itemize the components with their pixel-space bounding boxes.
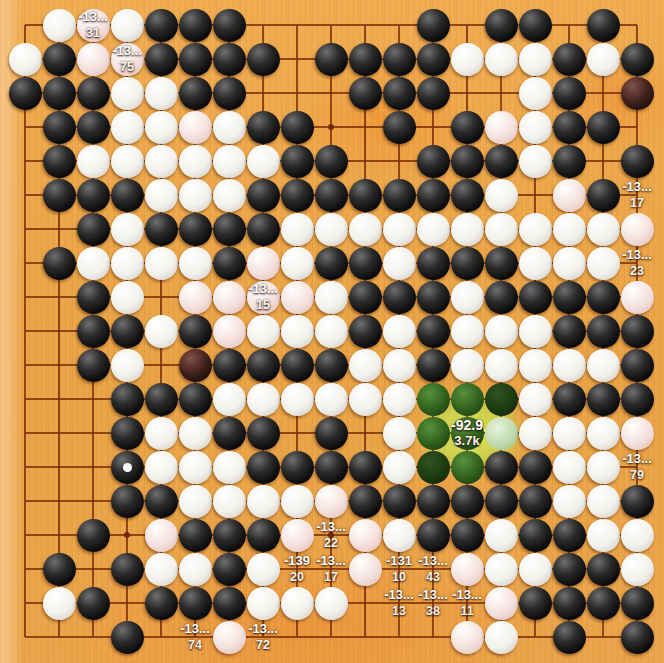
intersection[interactable]	[416, 382, 450, 416]
intersection[interactable]	[416, 518, 450, 552]
intersection[interactable]	[144, 8, 178, 42]
intersection[interactable]: -13...11	[450, 586, 484, 620]
intersection[interactable]	[484, 450, 518, 484]
intersection[interactable]	[212, 280, 246, 314]
intersection[interactable]	[314, 42, 348, 76]
intersection[interactable]	[246, 314, 280, 348]
intersection[interactable]	[110, 484, 144, 518]
intersection[interactable]	[416, 76, 450, 110]
intersection[interactable]	[178, 280, 212, 314]
intersection[interactable]	[314, 416, 348, 450]
intersection[interactable]	[178, 382, 212, 416]
intersection[interactable]	[314, 76, 348, 110]
intersection[interactable]	[348, 144, 382, 178]
intersection[interactable]	[348, 42, 382, 76]
intersection[interactable]	[280, 382, 314, 416]
intersection[interactable]	[450, 280, 484, 314]
intersection[interactable]	[42, 110, 76, 144]
intersection[interactable]	[586, 110, 620, 144]
intersection[interactable]	[212, 76, 246, 110]
intersection[interactable]	[382, 314, 416, 348]
intersection[interactable]	[518, 518, 552, 552]
intersection[interactable]	[382, 450, 416, 484]
intersection[interactable]	[586, 620, 620, 654]
intersection[interactable]	[552, 246, 586, 280]
intersection[interactable]	[246, 348, 280, 382]
intersection[interactable]	[42, 76, 76, 110]
intersection[interactable]	[212, 110, 246, 144]
intersection[interactable]	[246, 144, 280, 178]
intersection[interactable]	[518, 450, 552, 484]
intersection[interactable]: -13920	[280, 552, 314, 586]
intersection[interactable]	[280, 450, 314, 484]
intersection[interactable]	[144, 552, 178, 586]
intersection[interactable]	[382, 42, 416, 76]
intersection[interactable]	[8, 416, 42, 450]
intersection[interactable]	[212, 314, 246, 348]
intersection[interactable]	[178, 8, 212, 42]
intersection[interactable]	[246, 450, 280, 484]
intersection[interactable]	[620, 280, 654, 314]
intersection[interactable]	[484, 586, 518, 620]
intersection[interactable]	[382, 76, 416, 110]
intersection[interactable]	[382, 8, 416, 42]
intersection[interactable]	[178, 348, 212, 382]
intersection[interactable]	[144, 348, 178, 382]
intersection[interactable]	[382, 382, 416, 416]
intersection[interactable]	[280, 8, 314, 42]
intersection[interactable]	[42, 382, 76, 416]
intersection[interactable]	[348, 246, 382, 280]
intersection[interactable]	[76, 246, 110, 280]
intersection[interactable]	[42, 518, 76, 552]
intersection[interactable]	[382, 484, 416, 518]
intersection[interactable]: -13...31	[76, 8, 110, 42]
intersection[interactable]	[280, 76, 314, 110]
intersection[interactable]	[348, 76, 382, 110]
intersection[interactable]	[552, 552, 586, 586]
intersection[interactable]	[246, 212, 280, 246]
intersection[interactable]	[8, 76, 42, 110]
intersection[interactable]	[620, 518, 654, 552]
intersection[interactable]: -13...79	[620, 450, 654, 484]
intersection[interactable]: -13...43	[416, 552, 450, 586]
intersection[interactable]	[42, 42, 76, 76]
intersection[interactable]	[518, 484, 552, 518]
intersection[interactable]	[382, 518, 416, 552]
intersection[interactable]	[518, 212, 552, 246]
intersection[interactable]	[280, 620, 314, 654]
intersection[interactable]	[416, 450, 450, 484]
intersection[interactable]	[348, 110, 382, 144]
intersection[interactable]	[518, 586, 552, 620]
intersection[interactable]	[620, 484, 654, 518]
intersection[interactable]	[620, 620, 654, 654]
intersection[interactable]	[552, 484, 586, 518]
intersection[interactable]	[280, 484, 314, 518]
intersection[interactable]	[42, 212, 76, 246]
intersection[interactable]	[314, 144, 348, 178]
intersection[interactable]: -13...23	[620, 246, 654, 280]
intersection[interactable]	[450, 382, 484, 416]
intersection[interactable]	[8, 42, 42, 76]
intersection[interactable]	[484, 42, 518, 76]
intersection[interactable]	[416, 8, 450, 42]
intersection[interactable]	[8, 620, 42, 654]
intersection[interactable]	[586, 450, 620, 484]
intersection[interactable]	[110, 178, 144, 212]
intersection[interactable]	[212, 8, 246, 42]
intersection[interactable]	[212, 450, 246, 484]
intersection[interactable]	[42, 586, 76, 620]
intersection[interactable]	[586, 314, 620, 348]
intersection[interactable]	[212, 382, 246, 416]
intersection[interactable]	[450, 246, 484, 280]
intersection[interactable]	[280, 314, 314, 348]
intersection[interactable]	[620, 110, 654, 144]
intersection[interactable]	[416, 144, 450, 178]
intersection[interactable]	[280, 518, 314, 552]
intersection[interactable]	[518, 280, 552, 314]
intersection[interactable]	[178, 552, 212, 586]
intersection[interactable]	[8, 212, 42, 246]
intersection[interactable]	[484, 518, 518, 552]
intersection[interactable]	[552, 280, 586, 314]
intersection[interactable]	[416, 110, 450, 144]
intersection[interactable]	[586, 382, 620, 416]
intersection[interactable]	[144, 246, 178, 280]
intersection[interactable]	[212, 416, 246, 450]
intersection[interactable]	[416, 246, 450, 280]
intersection[interactable]	[382, 620, 416, 654]
intersection[interactable]	[620, 382, 654, 416]
intersection[interactable]	[178, 110, 212, 144]
intersection[interactable]	[450, 450, 484, 484]
intersection[interactable]	[212, 552, 246, 586]
intersection[interactable]	[280, 280, 314, 314]
intersection[interactable]	[110, 8, 144, 42]
intersection[interactable]	[416, 212, 450, 246]
intersection[interactable]	[110, 246, 144, 280]
intersection[interactable]	[314, 348, 348, 382]
intersection[interactable]	[42, 484, 76, 518]
intersection[interactable]	[110, 314, 144, 348]
intersection[interactable]	[484, 246, 518, 280]
intersection[interactable]	[76, 144, 110, 178]
intersection[interactable]	[144, 416, 178, 450]
intersection[interactable]	[76, 382, 110, 416]
intersection[interactable]	[110, 110, 144, 144]
intersection[interactable]	[314, 586, 348, 620]
intersection[interactable]	[484, 484, 518, 518]
intersection[interactable]	[144, 144, 178, 178]
intersection[interactable]	[144, 314, 178, 348]
intersection[interactable]	[620, 42, 654, 76]
intersection[interactable]	[484, 212, 518, 246]
intersection[interactable]	[586, 348, 620, 382]
intersection[interactable]	[42, 314, 76, 348]
intersection[interactable]	[76, 484, 110, 518]
intersection[interactable]	[76, 450, 110, 484]
intersection[interactable]	[586, 586, 620, 620]
intersection[interactable]	[586, 8, 620, 42]
intersection[interactable]	[8, 246, 42, 280]
intersection[interactable]	[42, 246, 76, 280]
intersection[interactable]	[280, 144, 314, 178]
intersection[interactable]	[484, 76, 518, 110]
intersection[interactable]	[450, 314, 484, 348]
intersection[interactable]	[484, 416, 518, 450]
intersection[interactable]	[144, 586, 178, 620]
intersection[interactable]	[416, 314, 450, 348]
intersection[interactable]	[76, 178, 110, 212]
intersection[interactable]	[416, 178, 450, 212]
intersection[interactable]	[178, 484, 212, 518]
intersection[interactable]	[246, 552, 280, 586]
intersection[interactable]	[144, 518, 178, 552]
intersection[interactable]	[552, 416, 586, 450]
intersection[interactable]	[246, 110, 280, 144]
intersection[interactable]	[586, 280, 620, 314]
intersection[interactable]	[552, 8, 586, 42]
intersection[interactable]	[8, 314, 42, 348]
intersection[interactable]	[144, 42, 178, 76]
intersection[interactable]	[552, 382, 586, 416]
intersection[interactable]	[382, 212, 416, 246]
intersection[interactable]	[178, 416, 212, 450]
intersection[interactable]	[76, 110, 110, 144]
intersection[interactable]	[212, 620, 246, 654]
intersection[interactable]	[76, 518, 110, 552]
intersection[interactable]	[8, 382, 42, 416]
intersection[interactable]	[348, 450, 382, 484]
intersection[interactable]	[450, 348, 484, 382]
intersection[interactable]	[42, 144, 76, 178]
intersection[interactable]	[586, 484, 620, 518]
intersection[interactable]	[450, 620, 484, 654]
intersection[interactable]	[518, 8, 552, 42]
intersection[interactable]	[620, 586, 654, 620]
intersection[interactable]	[76, 586, 110, 620]
intersection[interactable]	[110, 348, 144, 382]
intersection[interactable]	[382, 246, 416, 280]
intersection[interactable]	[8, 8, 42, 42]
intersection[interactable]	[178, 42, 212, 76]
intersection[interactable]	[518, 76, 552, 110]
intersection[interactable]	[110, 552, 144, 586]
intersection[interactable]	[586, 518, 620, 552]
intersection[interactable]	[416, 620, 450, 654]
intersection[interactable]	[212, 42, 246, 76]
intersection[interactable]	[8, 280, 42, 314]
intersection[interactable]	[8, 518, 42, 552]
intersection[interactable]	[620, 8, 654, 42]
intersection[interactable]	[212, 212, 246, 246]
intersection[interactable]	[484, 314, 518, 348]
intersection[interactable]	[348, 280, 382, 314]
intersection[interactable]	[144, 212, 178, 246]
intersection[interactable]	[212, 178, 246, 212]
intersection[interactable]	[144, 620, 178, 654]
intersection[interactable]	[246, 416, 280, 450]
intersection[interactable]	[178, 178, 212, 212]
intersection[interactable]	[552, 518, 586, 552]
intersection[interactable]	[314, 314, 348, 348]
intersection[interactable]	[348, 178, 382, 212]
intersection[interactable]	[484, 620, 518, 654]
intersection[interactable]	[382, 416, 416, 450]
intersection[interactable]	[280, 110, 314, 144]
intersection[interactable]	[76, 42, 110, 76]
intersection[interactable]	[314, 450, 348, 484]
intersection[interactable]	[620, 348, 654, 382]
intersection[interactable]	[348, 518, 382, 552]
intersection[interactable]	[178, 76, 212, 110]
intersection[interactable]	[8, 348, 42, 382]
intersection[interactable]	[8, 450, 42, 484]
intersection[interactable]	[178, 212, 212, 246]
intersection[interactable]	[348, 382, 382, 416]
intersection[interactable]	[110, 76, 144, 110]
intersection[interactable]	[450, 144, 484, 178]
intersection[interactable]: -13...75	[110, 42, 144, 76]
intersection[interactable]	[484, 110, 518, 144]
intersection[interactable]	[586, 552, 620, 586]
intersection[interactable]	[518, 552, 552, 586]
intersection[interactable]	[382, 178, 416, 212]
intersection[interactable]	[42, 450, 76, 484]
intersection[interactable]	[8, 586, 42, 620]
intersection[interactable]	[246, 484, 280, 518]
intersection[interactable]	[586, 212, 620, 246]
intersection[interactable]	[314, 620, 348, 654]
intersection[interactable]	[76, 416, 110, 450]
intersection[interactable]	[144, 280, 178, 314]
intersection[interactable]	[314, 382, 348, 416]
intersection[interactable]	[42, 280, 76, 314]
intersection[interactable]	[178, 586, 212, 620]
intersection[interactable]	[450, 484, 484, 518]
intersection[interactable]	[280, 212, 314, 246]
intersection[interactable]	[144, 450, 178, 484]
intersection[interactable]	[110, 144, 144, 178]
intersection[interactable]	[280, 348, 314, 382]
intersection[interactable]	[348, 348, 382, 382]
intersection[interactable]	[8, 178, 42, 212]
intersection[interactable]	[382, 280, 416, 314]
intersection[interactable]	[620, 552, 654, 586]
intersection[interactable]	[76, 76, 110, 110]
intersection[interactable]	[586, 76, 620, 110]
intersection[interactable]	[348, 8, 382, 42]
intersection[interactable]: -13...74	[178, 620, 212, 654]
intersection[interactable]	[314, 178, 348, 212]
intersection[interactable]: -13110	[382, 552, 416, 586]
intersection[interactable]	[552, 110, 586, 144]
intersection[interactable]	[518, 348, 552, 382]
intersection[interactable]	[416, 416, 450, 450]
intersection[interactable]	[416, 484, 450, 518]
intersection[interactable]	[280, 178, 314, 212]
intersection[interactable]	[144, 76, 178, 110]
intersection[interactable]	[42, 552, 76, 586]
intersection[interactable]	[450, 8, 484, 42]
intersection[interactable]	[586, 416, 620, 450]
intersection[interactable]	[110, 518, 144, 552]
intersection[interactable]	[314, 246, 348, 280]
intersection[interactable]	[450, 42, 484, 76]
intersection[interactable]	[76, 280, 110, 314]
intersection[interactable]	[552, 450, 586, 484]
intersection[interactable]	[518, 144, 552, 178]
intersection[interactable]	[110, 620, 144, 654]
intersection[interactable]	[518, 416, 552, 450]
intersection[interactable]	[518, 382, 552, 416]
intersection[interactable]	[144, 178, 178, 212]
intersection[interactable]	[552, 144, 586, 178]
intersection[interactable]	[552, 586, 586, 620]
intersection[interactable]: -13...13	[382, 586, 416, 620]
intersection[interactable]	[450, 76, 484, 110]
intersection[interactable]	[76, 348, 110, 382]
intersection[interactable]	[484, 178, 518, 212]
intersection[interactable]	[314, 8, 348, 42]
intersection[interactable]	[314, 280, 348, 314]
intersection[interactable]	[348, 212, 382, 246]
intersection[interactable]	[416, 348, 450, 382]
intersection[interactable]	[620, 416, 654, 450]
intersection[interactable]	[518, 246, 552, 280]
intersection[interactable]	[212, 518, 246, 552]
intersection[interactable]	[552, 212, 586, 246]
intersection[interactable]	[416, 280, 450, 314]
intersection[interactable]	[144, 382, 178, 416]
intersection[interactable]: -92.93.7k	[450, 416, 484, 450]
intersection[interactable]	[348, 416, 382, 450]
intersection[interactable]	[484, 8, 518, 42]
intersection[interactable]	[586, 178, 620, 212]
intersection[interactable]	[484, 552, 518, 586]
intersection[interactable]	[586, 246, 620, 280]
intersection[interactable]	[552, 178, 586, 212]
intersection[interactable]	[178, 450, 212, 484]
intersection[interactable]	[518, 178, 552, 212]
intersection[interactable]	[620, 76, 654, 110]
intersection[interactable]	[348, 552, 382, 586]
intersection[interactable]	[246, 586, 280, 620]
intersection[interactable]	[620, 314, 654, 348]
intersection[interactable]	[246, 8, 280, 42]
intersection[interactable]	[212, 246, 246, 280]
intersection[interactable]	[314, 212, 348, 246]
intersection[interactable]	[586, 144, 620, 178]
intersection[interactable]	[518, 110, 552, 144]
intersection[interactable]	[348, 314, 382, 348]
intersection[interactable]	[76, 212, 110, 246]
intersection[interactable]	[450, 212, 484, 246]
intersection[interactable]	[246, 246, 280, 280]
intersection[interactable]	[552, 620, 586, 654]
intersection[interactable]	[8, 552, 42, 586]
intersection[interactable]	[8, 144, 42, 178]
intersection[interactable]	[382, 348, 416, 382]
intersection[interactable]	[348, 586, 382, 620]
intersection[interactable]	[314, 484, 348, 518]
intersection[interactable]: -13...22	[314, 518, 348, 552]
intersection[interactable]: -13...17	[620, 178, 654, 212]
intersection[interactable]	[110, 416, 144, 450]
intersection[interactable]	[178, 314, 212, 348]
